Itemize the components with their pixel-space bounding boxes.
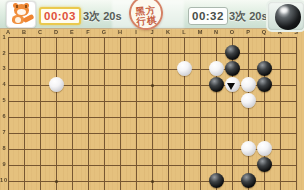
row-label-8: 8 bbox=[1, 146, 7, 152]
black-stone-O3 bbox=[225, 61, 240, 76]
right-player-avatar[interactable] bbox=[266, 0, 304, 32]
go-app-screen: 00:03 3次 20s 黑方 行棋 00:32 3次 20s ABCDEFGH… bbox=[0, 0, 304, 190]
right-timer-value: 00:32 bbox=[192, 10, 224, 22]
row-label-5: 5 bbox=[1, 98, 7, 104]
left-player-periods: 3次 20s bbox=[83, 9, 122, 24]
col-label-P: P bbox=[242, 29, 255, 35]
col-label-O: O bbox=[226, 29, 239, 35]
black-stone-Q4 bbox=[257, 77, 272, 92]
col-label-L: L bbox=[178, 29, 191, 35]
left-timer-value: 00:03 bbox=[44, 10, 76, 22]
row-label-4: 4 bbox=[1, 82, 7, 88]
row-label-7: 7 bbox=[1, 130, 7, 136]
star-D10 bbox=[55, 180, 58, 183]
black-stone-P10 bbox=[241, 173, 256, 188]
black-stone-Q3 bbox=[257, 61, 272, 76]
col-label-C: C bbox=[34, 29, 47, 35]
left-player-avatar[interactable] bbox=[6, 1, 36, 28]
col-label-F: F bbox=[82, 29, 95, 35]
grid-lines bbox=[8, 37, 297, 182]
black-stone-avatar-icon bbox=[275, 4, 301, 30]
col-label-I: I bbox=[130, 29, 143, 35]
star-J10 bbox=[151, 180, 154, 183]
row-label-2: 2 bbox=[1, 50, 7, 56]
left-player-timer: 00:03 bbox=[39, 7, 81, 25]
white-stone-P8 bbox=[241, 141, 256, 156]
col-label-E: E bbox=[66, 29, 79, 35]
row-label-6: 6 bbox=[1, 114, 7, 120]
white-stone-L3 bbox=[177, 61, 192, 76]
col-label-N: N bbox=[210, 29, 223, 35]
col-label-M: M bbox=[194, 29, 207, 35]
black-stone-O2 bbox=[225, 45, 240, 60]
last-move-triangle-marker bbox=[227, 83, 235, 90]
white-stone-O4 bbox=[225, 77, 240, 92]
black-stone-N10 bbox=[209, 173, 224, 188]
col-label-B: B bbox=[18, 29, 31, 35]
turn-stamp-line2: 行棋 bbox=[136, 15, 158, 27]
right-player-timer: 00:32 bbox=[188, 7, 228, 25]
black-stone-N4 bbox=[209, 77, 224, 92]
col-label-H: H bbox=[114, 29, 127, 35]
white-stone-Q8 bbox=[257, 141, 272, 156]
white-stone-P5 bbox=[241, 93, 256, 108]
go-board[interactable]: ABCDEFGHIJKLMNOPQRS 12345678910 bbox=[0, 28, 304, 190]
white-stone-P4 bbox=[241, 77, 256, 92]
top-bar: 00:03 3次 20s 黑方 行棋 00:32 3次 20s bbox=[0, 0, 304, 29]
star-J4 bbox=[151, 84, 154, 87]
col-label-K: K bbox=[162, 29, 175, 35]
row-label-10: 10 bbox=[1, 178, 7, 184]
right-player-periods: 3次 20s bbox=[229, 9, 268, 24]
row-label-9: 9 bbox=[1, 162, 7, 168]
black-stone-Q9 bbox=[257, 157, 272, 172]
white-stone-D4 bbox=[49, 77, 64, 92]
row-label-3: 3 bbox=[1, 66, 7, 72]
col-label-G: G bbox=[98, 29, 111, 35]
col-label-D: D bbox=[50, 29, 63, 35]
row-label-1: 1 bbox=[1, 34, 7, 40]
white-stone-N3 bbox=[209, 61, 224, 76]
